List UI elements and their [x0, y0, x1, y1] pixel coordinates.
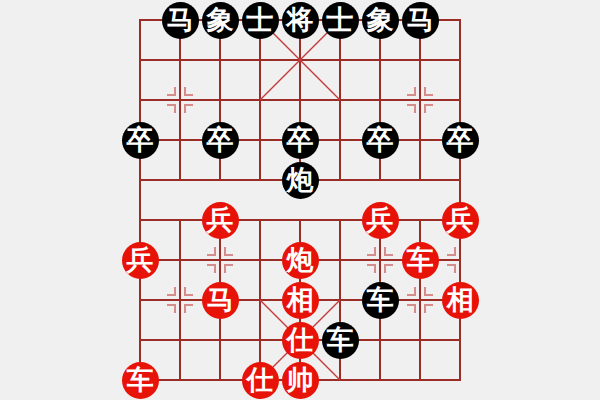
point-marker [407, 87, 415, 95]
point-marker [425, 105, 433, 113]
xiangqi-app: 马象士将士象马卒卒卒卒卒炮兵兵兵兵炮车马相车相仕车车仕帅 [0, 0, 600, 400]
piece-black-horse[interactable]: 马 [162, 2, 199, 39]
piece-black-soldier[interactable]: 卒 [442, 122, 479, 159]
piece-red-advisor[interactable]: 仕 [242, 362, 279, 399]
piece-black-elephant[interactable]: 象 [362, 2, 399, 39]
point-marker [385, 265, 393, 273]
point-marker [407, 287, 415, 295]
point-marker [185, 305, 193, 313]
piece-black-cannon[interactable]: 炮 [282, 162, 319, 199]
point-marker [185, 287, 193, 295]
point-marker [207, 265, 215, 273]
piece-black-advisor[interactable]: 士 [242, 2, 279, 39]
piece-black-soldier[interactable]: 卒 [202, 122, 239, 159]
piece-red-elephant[interactable]: 相 [282, 282, 319, 319]
point-marker [367, 247, 375, 255]
piece-red-elephant[interactable]: 相 [442, 282, 479, 319]
point-marker [185, 87, 193, 95]
point-marker [425, 287, 433, 295]
point-marker [225, 265, 233, 273]
point-marker [167, 87, 175, 95]
point-marker [185, 105, 193, 113]
piece-red-soldier[interactable]: 兵 [122, 242, 159, 279]
piece-red-cannon[interactable]: 炮 [282, 242, 319, 279]
point-marker [425, 305, 433, 313]
point-marker [425, 87, 433, 95]
point-marker [367, 265, 375, 273]
piece-red-advisor[interactable]: 仕 [282, 322, 319, 359]
point-marker [447, 265, 455, 273]
point-marker [207, 247, 215, 255]
piece-red-general[interactable]: 帅 [282, 362, 319, 399]
piece-black-chariot[interactable]: 车 [362, 282, 399, 319]
point-marker [385, 247, 393, 255]
piece-black-general[interactable]: 将 [282, 2, 319, 39]
piece-black-elephant[interactable]: 象 [202, 2, 239, 39]
point-marker [167, 305, 175, 313]
piece-black-soldier[interactable]: 卒 [122, 122, 159, 159]
piece-black-soldier[interactable]: 卒 [362, 122, 399, 159]
piece-black-advisor[interactable]: 士 [322, 2, 359, 39]
piece-red-soldier[interactable]: 兵 [202, 202, 239, 239]
piece-black-chariot[interactable]: 车 [322, 322, 359, 359]
point-marker [407, 305, 415, 313]
point-marker [225, 247, 233, 255]
piece-red-chariot[interactable]: 车 [402, 242, 439, 279]
point-marker [167, 287, 175, 295]
piece-red-chariot[interactable]: 车 [122, 362, 159, 399]
point-marker [407, 105, 415, 113]
piece-black-horse[interactable]: 马 [402, 2, 439, 39]
piece-red-horse[interactable]: 马 [202, 282, 239, 319]
piece-red-soldier[interactable]: 兵 [442, 202, 479, 239]
point-marker [447, 247, 455, 255]
piece-black-soldier[interactable]: 卒 [282, 122, 319, 159]
piece-red-soldier[interactable]: 兵 [362, 202, 399, 239]
point-marker [167, 105, 175, 113]
